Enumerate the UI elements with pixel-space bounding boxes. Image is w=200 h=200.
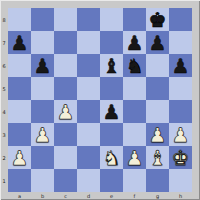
board-frame: 87654321 ♚♟♟♟♟♝♞♟♟♟♟♟♟♟♞♟♝♚ abcdefgh bbox=[0, 0, 200, 200]
square-c6[interactable] bbox=[54, 54, 77, 77]
file-labels: abcdefgh bbox=[8, 192, 192, 200]
white-pawn[interactable]: ♟ bbox=[34, 125, 52, 145]
file-label: c bbox=[54, 192, 77, 200]
white-pawn[interactable]: ♟ bbox=[149, 125, 167, 145]
square-d8[interactable] bbox=[77, 8, 100, 31]
square-h5[interactable] bbox=[169, 77, 192, 100]
black-knight[interactable]: ♞ bbox=[126, 56, 144, 76]
file-label: d bbox=[77, 192, 100, 200]
square-e2[interactable]: ♞ bbox=[100, 146, 123, 169]
square-c8[interactable] bbox=[54, 8, 77, 31]
black-bishop[interactable]: ♝ bbox=[103, 56, 121, 76]
square-e8[interactable] bbox=[100, 8, 123, 31]
rank-label: 3 bbox=[0, 123, 8, 146]
square-b3[interactable]: ♟ bbox=[31, 123, 54, 146]
white-bishop[interactable]: ♝ bbox=[149, 148, 167, 168]
square-b8[interactable] bbox=[31, 8, 54, 31]
square-e1[interactable] bbox=[100, 169, 123, 192]
square-h7[interactable] bbox=[169, 31, 192, 54]
square-g8[interactable]: ♚ bbox=[146, 8, 169, 31]
black-pawn[interactable]: ♟ bbox=[172, 56, 190, 76]
square-d2[interactable] bbox=[77, 146, 100, 169]
black-pawn[interactable]: ♟ bbox=[126, 33, 144, 53]
square-g5[interactable] bbox=[146, 77, 169, 100]
square-d6[interactable] bbox=[77, 54, 100, 77]
square-a1[interactable] bbox=[8, 169, 31, 192]
file-label: h bbox=[169, 192, 192, 200]
square-b5[interactable] bbox=[31, 77, 54, 100]
square-f7[interactable]: ♟ bbox=[123, 31, 146, 54]
white-pawn[interactable]: ♟ bbox=[57, 102, 75, 122]
black-pawn[interactable]: ♟ bbox=[149, 33, 167, 53]
file-label: a bbox=[8, 192, 31, 200]
square-h3[interactable]: ♟ bbox=[169, 123, 192, 146]
rank-label: 7 bbox=[0, 31, 8, 54]
square-f4[interactable] bbox=[123, 100, 146, 123]
square-d1[interactable] bbox=[77, 169, 100, 192]
square-f8[interactable] bbox=[123, 8, 146, 31]
square-e3[interactable] bbox=[100, 123, 123, 146]
square-f1[interactable] bbox=[123, 169, 146, 192]
square-a6[interactable] bbox=[8, 54, 31, 77]
file-label: e bbox=[100, 192, 123, 200]
square-d5[interactable] bbox=[77, 77, 100, 100]
square-a4[interactable] bbox=[8, 100, 31, 123]
square-g7[interactable]: ♟ bbox=[146, 31, 169, 54]
square-d7[interactable] bbox=[77, 31, 100, 54]
black-pawn[interactable]: ♟ bbox=[11, 33, 29, 53]
rank-labels: 87654321 bbox=[0, 8, 8, 192]
white-king[interactable]: ♚ bbox=[172, 148, 190, 168]
square-e5[interactable] bbox=[100, 77, 123, 100]
square-g1[interactable] bbox=[146, 169, 169, 192]
square-f3[interactable] bbox=[123, 123, 146, 146]
square-b1[interactable] bbox=[31, 169, 54, 192]
file-label: f bbox=[123, 192, 146, 200]
square-b2[interactable] bbox=[31, 146, 54, 169]
square-d4[interactable] bbox=[77, 100, 100, 123]
square-d3[interactable] bbox=[77, 123, 100, 146]
rank-label: 1 bbox=[0, 169, 8, 192]
square-h1[interactable] bbox=[169, 169, 192, 192]
black-pawn[interactable]: ♟ bbox=[34, 56, 52, 76]
square-f5[interactable] bbox=[123, 77, 146, 100]
file-label: b bbox=[31, 192, 54, 200]
file-label: g bbox=[146, 192, 169, 200]
square-h6[interactable]: ♟ bbox=[169, 54, 192, 77]
chess-board[interactable]: ♚♟♟♟♟♝♞♟♟♟♟♟♟♟♞♟♝♚ bbox=[8, 8, 192, 192]
white-pawn[interactable]: ♟ bbox=[126, 148, 144, 168]
rank-label: 2 bbox=[0, 146, 8, 169]
square-h2[interactable]: ♚ bbox=[169, 146, 192, 169]
square-b4[interactable] bbox=[31, 100, 54, 123]
square-a8[interactable] bbox=[8, 8, 31, 31]
square-g3[interactable]: ♟ bbox=[146, 123, 169, 146]
black-king[interactable]: ♚ bbox=[149, 10, 167, 30]
square-c4[interactable]: ♟ bbox=[54, 100, 77, 123]
black-pawn[interactable]: ♟ bbox=[103, 102, 121, 122]
white-pawn[interactable]: ♟ bbox=[11, 148, 29, 168]
square-b7[interactable] bbox=[31, 31, 54, 54]
square-e7[interactable] bbox=[100, 31, 123, 54]
square-e6[interactable]: ♝ bbox=[100, 54, 123, 77]
rank-label: 4 bbox=[0, 100, 8, 123]
square-a3[interactable] bbox=[8, 123, 31, 146]
square-c7[interactable] bbox=[54, 31, 77, 54]
white-knight[interactable]: ♞ bbox=[103, 148, 121, 168]
square-c2[interactable] bbox=[54, 146, 77, 169]
square-f6[interactable]: ♞ bbox=[123, 54, 146, 77]
square-f2[interactable]: ♟ bbox=[123, 146, 146, 169]
square-a7[interactable]: ♟ bbox=[8, 31, 31, 54]
square-a2[interactable]: ♟ bbox=[8, 146, 31, 169]
square-h4[interactable] bbox=[169, 100, 192, 123]
square-b6[interactable]: ♟ bbox=[31, 54, 54, 77]
rank-label: 6 bbox=[0, 54, 8, 77]
white-pawn[interactable]: ♟ bbox=[172, 125, 190, 145]
square-e4[interactable]: ♟ bbox=[100, 100, 123, 123]
square-c1[interactable] bbox=[54, 169, 77, 192]
rank-label: 5 bbox=[0, 77, 8, 100]
square-g2[interactable]: ♝ bbox=[146, 146, 169, 169]
square-c3[interactable] bbox=[54, 123, 77, 146]
square-h8[interactable] bbox=[169, 8, 192, 31]
square-c5[interactable] bbox=[54, 77, 77, 100]
square-a5[interactable] bbox=[8, 77, 31, 100]
square-g6[interactable] bbox=[146, 54, 169, 77]
rank-label: 8 bbox=[0, 8, 8, 31]
square-g4[interactable] bbox=[146, 100, 169, 123]
